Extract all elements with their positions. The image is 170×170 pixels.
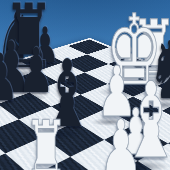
white-pawn-d3[interactable]: ♟	[99, 110, 143, 170]
pieces-layer: ♞♟♜♜♟♚♟♟♞♟♟♝♟♝♟♜	[0, 0, 170, 170]
chess-3d-scene: ♞♟♜♜♟♚♟♟♞♟♟♝♟♝♟♜	[0, 0, 170, 170]
pawn-icon: ♟	[0, 45, 19, 110]
white-rook-c4[interactable]: ♜	[24, 111, 68, 170]
pawn-icon: ♟	[99, 110, 143, 170]
black-pawn-c7[interactable]: ♟	[0, 45, 19, 110]
rook-icon: ♜	[24, 111, 68, 170]
